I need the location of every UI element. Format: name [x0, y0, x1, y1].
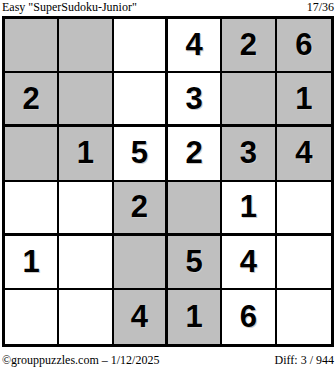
cell-r2c4[interactable]: 3	[168, 73, 222, 127]
cell-r6c3[interactable]: 4	[114, 290, 168, 344]
cell-r3c2[interactable]: 1	[59, 127, 113, 181]
puzzle-page: Easy "SuperSudoku-Junior" 17/36 42623115…	[0, 0, 336, 370]
cell-r2c2[interactable]	[59, 73, 113, 127]
puzzle-header: Easy "SuperSudoku-Junior" 17/36	[2, 0, 334, 15]
cell-r6c1[interactable]	[5, 290, 59, 344]
cell-r6c5[interactable]: 6	[222, 290, 276, 344]
cell-r4c4[interactable]	[168, 182, 222, 236]
cell-r3c4[interactable]: 2	[168, 127, 222, 181]
difficulty-text: Diff: 3 / 944	[275, 353, 334, 368]
cell-r5c6[interactable]	[277, 236, 331, 290]
cell-r2c1[interactable]: 2	[5, 73, 59, 127]
copyright-text: ©grouppuzzles.com – 1/12/2025	[2, 353, 159, 368]
puzzle-footer: ©grouppuzzles.com – 1/12/2025 Diff: 3 / …	[2, 353, 334, 368]
cell-r1c2[interactable]	[59, 19, 113, 73]
sudoku-board: 4262311523421154416	[2, 16, 334, 347]
cell-r4c6[interactable]	[277, 182, 331, 236]
cell-r5c5[interactable]: 4	[222, 236, 276, 290]
cell-r5c1[interactable]: 1	[5, 236, 59, 290]
cell-r1c4[interactable]: 4	[168, 19, 222, 73]
cell-r2c5[interactable]	[222, 73, 276, 127]
cell-r5c2[interactable]	[59, 236, 113, 290]
cell-r4c3[interactable]: 2	[114, 182, 168, 236]
puzzle-title: Easy "SuperSudoku-Junior"	[2, 0, 137, 15]
cell-r4c1[interactable]	[5, 182, 59, 236]
cell-r5c4[interactable]: 5	[168, 236, 222, 290]
cell-r5c3[interactable]	[114, 236, 168, 290]
cell-r3c3[interactable]: 5	[114, 127, 168, 181]
cell-r6c4[interactable]: 1	[168, 290, 222, 344]
givens-count: 17/36	[307, 0, 334, 15]
cell-r3c6[interactable]: 4	[277, 127, 331, 181]
cell-r3c1[interactable]	[5, 127, 59, 181]
cell-r6c6[interactable]	[277, 290, 331, 344]
cell-r1c5[interactable]: 2	[222, 19, 276, 73]
cell-r1c6[interactable]: 6	[277, 19, 331, 73]
cell-r1c3[interactable]	[114, 19, 168, 73]
cell-r6c2[interactable]	[59, 290, 113, 344]
cell-r4c2[interactable]	[59, 182, 113, 236]
cell-r2c6[interactable]: 1	[277, 73, 331, 127]
cell-r4c5[interactable]: 1	[222, 182, 276, 236]
cell-r3c5[interactable]: 3	[222, 127, 276, 181]
cell-r2c3[interactable]	[114, 73, 168, 127]
cell-r1c1[interactable]	[5, 19, 59, 73]
